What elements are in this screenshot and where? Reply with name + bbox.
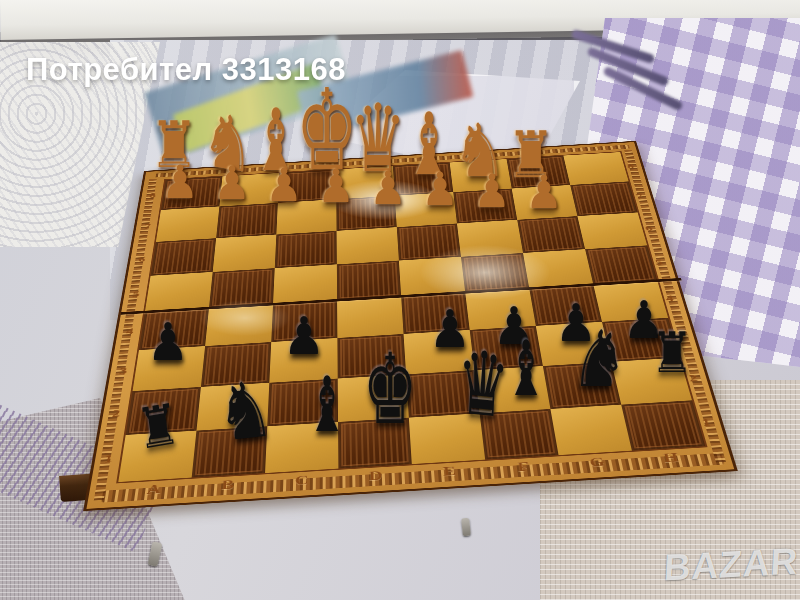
square-a6 [151, 238, 217, 276]
square-c6 [275, 231, 337, 268]
rank-label-6: 6 [130, 242, 154, 277]
black-bishop-c1: ♝ [305, 366, 347, 442]
username-overlay: Потребител 3313168 [26, 52, 346, 88]
black-rook-a1: ♜ [133, 396, 182, 458]
glare [420, 245, 550, 300]
square-d5 [337, 261, 401, 300]
white-pawn-h7: ♟ [525, 169, 562, 215]
square-b6 [213, 235, 277, 272]
white-pawn-f7: ♟ [421, 166, 458, 212]
rank-label-8: 8 [141, 180, 163, 211]
rank-label-7: 7 [136, 210, 159, 243]
white-pawn-g7: ♟ [473, 167, 510, 213]
white-pawn-a7: ♟ [161, 158, 198, 204]
white-pawn-b7: ♟ [213, 160, 250, 206]
black-pawn-a2: ♟ [147, 316, 189, 368]
rank-label-5: 5 [124, 276, 149, 313]
black-king-d1: ♚ [362, 339, 416, 437]
black-knight-g1: ♞ [570, 320, 627, 398]
square-d6 [337, 227, 399, 264]
black-knight-b1: ♞ [214, 369, 277, 453]
white-pawn-e7: ♟ [369, 164, 406, 210]
watermark: BAZAR [663, 540, 800, 589]
white-pawn-c7: ♟ [265, 161, 302, 207]
glare [200, 300, 290, 336]
white-pawn-d7: ♟ [317, 163, 354, 209]
square-a7 [156, 206, 219, 241]
square-g6 [517, 216, 585, 253]
black-rook-h1: ♜ [650, 324, 693, 380]
photo-scene: 87654321 87654321 ABCDEFGH ♜♞♝♚♛♝♞♜♟♟♟♟♟… [0, 0, 800, 600]
square-c5 [273, 264, 337, 304]
black-queen-e1: ♛ [454, 339, 510, 432]
black-pawn-c2: ♟ [283, 310, 325, 362]
square-a5 [145, 272, 213, 312]
square-g1 [550, 405, 631, 455]
